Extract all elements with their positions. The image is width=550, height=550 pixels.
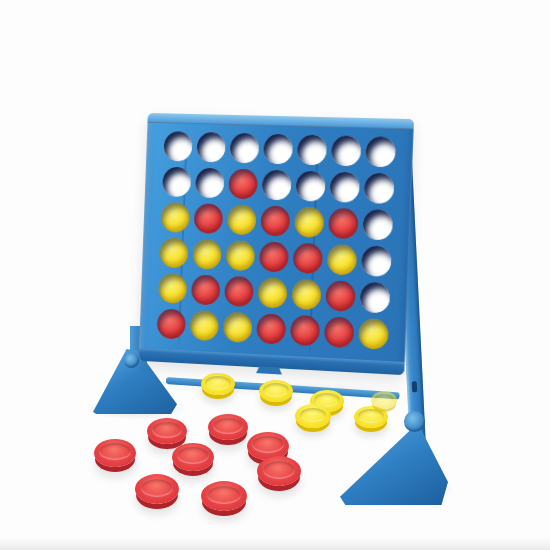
loose-disc-yellow[interactable] [354, 406, 388, 428]
cell-r1-c6[interactable] [328, 132, 364, 169]
empty-hole [330, 135, 360, 166]
yellow-disc [159, 238, 188, 269]
cell-r1-c5[interactable] [294, 131, 329, 168]
cell-r1-c4[interactable] [260, 131, 295, 168]
red-disc [228, 169, 258, 200]
empty-hole [261, 170, 291, 201]
floor-edge [0, 537, 550, 550]
red-disc [259, 241, 289, 272]
cell-r4-c2[interactable] [189, 236, 224, 273]
loose-disc-yellow[interactable] [201, 373, 235, 395]
empty-hole [359, 282, 390, 314]
cell-r2-c1[interactable] [159, 164, 193, 201]
empty-hole [162, 167, 191, 198]
empty-hole [363, 173, 394, 204]
yellow-disc [160, 202, 189, 233]
empty-hole [361, 245, 392, 277]
empty-hole [229, 133, 259, 164]
loose-disc-yellow[interactable] [295, 404, 331, 428]
cell-r3-c1[interactable] [158, 199, 192, 236]
red-disc [328, 208, 358, 239]
red-disc [289, 315, 319, 347]
empty-hole [195, 168, 224, 199]
red-disc [191, 274, 220, 305]
cell-r4-c7[interactable] [358, 242, 394, 280]
cell-r3-c2[interactable] [191, 200, 226, 237]
yellow-disc [291, 279, 321, 310]
yellow-disc [326, 244, 356, 275]
red-disc [292, 243, 322, 274]
pivot-knob-right-icon [404, 411, 425, 432]
empty-hole [362, 209, 393, 240]
cell-r2-c4[interactable] [259, 167, 294, 204]
red-disc [325, 280, 355, 312]
yellow-disc [226, 204, 256, 235]
cell-r5-c2[interactable] [188, 271, 223, 308]
connect-four-board [139, 113, 414, 375]
cell-r4-c1[interactable] [156, 235, 190, 272]
cell-r6-c4[interactable] [253, 310, 288, 348]
loose-disc-red[interactable] [208, 414, 248, 440]
red-disc [260, 206, 290, 237]
yellow-disc [225, 240, 255, 271]
cell-r2-c6[interactable] [326, 169, 362, 206]
loose-disc-red[interactable] [135, 474, 179, 504]
empty-hole [365, 136, 396, 167]
empty-hole [263, 134, 293, 165]
cell-r2-c5[interactable] [292, 168, 327, 205]
cell-r5-c4[interactable] [255, 274, 290, 311]
cell-r1-c3[interactable] [227, 130, 262, 167]
cell-r2-c7[interactable] [361, 170, 397, 208]
loose-disc-yellow[interactable] [259, 380, 293, 402]
red-disc [193, 203, 222, 234]
photo-stage [0, 0, 550, 550]
pivot-knob-left-icon [124, 353, 139, 368]
cell-r2-c2[interactable] [192, 165, 227, 202]
cell-r4-c5[interactable] [290, 240, 325, 277]
cell-r5-c5[interactable] [288, 276, 323, 314]
cell-r2-c3[interactable] [225, 166, 260, 203]
cell-r6-c5[interactable] [287, 312, 322, 350]
loose-disc-red[interactable] [94, 439, 136, 467]
right-foot [340, 423, 448, 505]
yellow-disc [158, 273, 187, 304]
red-disc [323, 316, 353, 348]
cell-r3-c7[interactable] [359, 206, 395, 244]
cell-r5-c3[interactable] [221, 273, 256, 310]
post-slot [412, 381, 418, 392]
cell-r4-c3[interactable] [222, 237, 257, 274]
board-grid [154, 128, 398, 353]
empty-hole [196, 132, 225, 163]
cell-r5-c1[interactable] [155, 270, 189, 307]
cell-r3-c4[interactable] [257, 202, 292, 239]
cell-r6-c3[interactable] [220, 309, 255, 346]
cell-r3-c3[interactable] [224, 201, 259, 238]
cell-r6-c6[interactable] [321, 313, 357, 351]
loose-disc-red[interactable] [172, 443, 214, 471]
yellow-disc [192, 239, 221, 270]
loose-disc-red[interactable] [201, 481, 247, 511]
yellow-disc [222, 312, 252, 343]
loose-disc-yellow[interactable] [371, 391, 397, 409]
cell-r1-c2[interactable] [193, 129, 228, 166]
red-disc [156, 309, 185, 340]
board-center-tab [256, 366, 282, 374]
empty-hole [296, 135, 326, 166]
yellow-disc [189, 310, 218, 341]
cell-r6-c1[interactable] [154, 305, 188, 342]
cell-r1-c1[interactable] [160, 128, 194, 164]
cell-r6-c2[interactable] [187, 307, 221, 344]
yellow-disc [294, 207, 324, 238]
cell-r6-c7[interactable] [355, 315, 391, 353]
yellow-disc [358, 318, 389, 350]
cell-r5-c6[interactable] [322, 277, 358, 315]
cell-r3-c6[interactable] [325, 205, 361, 243]
red-disc [256, 313, 286, 344]
cell-r1-c7[interactable] [362, 133, 398, 170]
cell-r4-c6[interactable] [324, 241, 360, 279]
empty-hole [295, 171, 325, 202]
cell-r5-c7[interactable] [357, 279, 393, 317]
loose-disc-red[interactable] [257, 456, 301, 486]
cell-r4-c4[interactable] [256, 238, 291, 275]
empty-hole [329, 172, 359, 203]
empty-hole [163, 131, 192, 161]
cell-r3-c5[interactable] [291, 204, 326, 241]
loose-disc-red[interactable] [147, 418, 187, 444]
yellow-disc [257, 277, 287, 308]
red-disc [224, 276, 254, 307]
